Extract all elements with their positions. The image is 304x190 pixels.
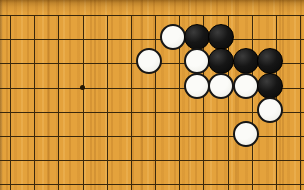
black-stone <box>257 73 283 99</box>
black-stone <box>208 24 234 50</box>
white-stone <box>184 48 210 74</box>
white-stone <box>208 73 234 99</box>
white-stone <box>136 48 162 74</box>
go-board[interactable] <box>0 0 304 190</box>
white-stone <box>160 24 186 50</box>
black-stone <box>184 24 210 50</box>
stones-layer <box>0 1 304 190</box>
black-stone <box>208 48 234 74</box>
white-stone <box>184 73 210 99</box>
white-stone <box>233 121 259 147</box>
white-stone <box>257 97 283 123</box>
black-stone <box>233 48 259 74</box>
black-stone <box>257 48 283 74</box>
white-stone <box>233 73 259 99</box>
